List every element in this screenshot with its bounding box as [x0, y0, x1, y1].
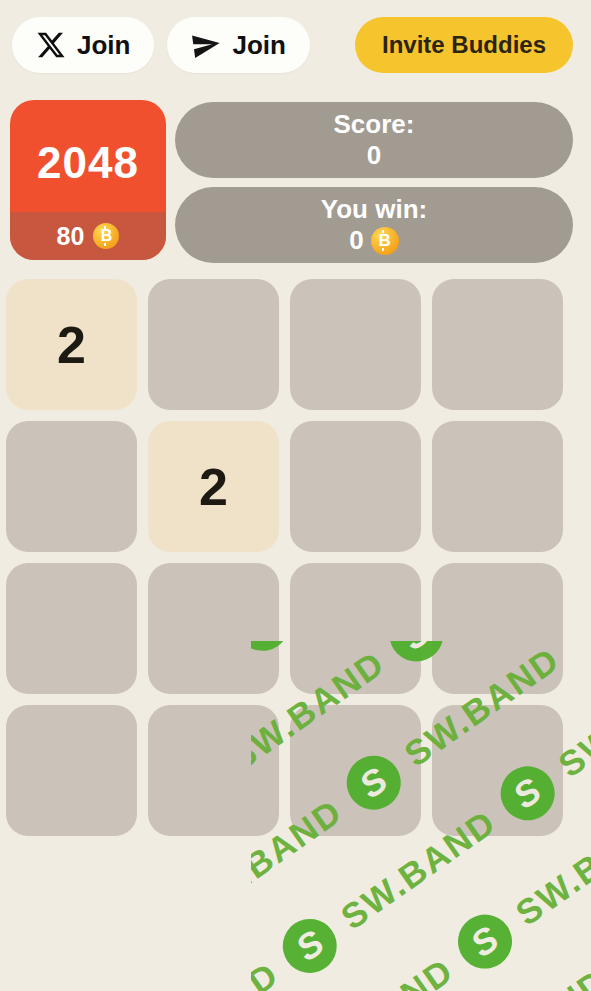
empty-cell	[290, 705, 421, 836]
logo-coin-value: 80	[57, 222, 85, 251]
join-telegram-label: Join	[232, 30, 285, 61]
watermark-text: SW.BAND	[251, 954, 286, 991]
tile-value: 2	[57, 315, 86, 375]
logo-title: 2048	[10, 100, 166, 212]
empty-cell	[432, 421, 563, 552]
invite-buddies-button[interactable]: Invite Buddies	[355, 17, 573, 73]
tile-value: 2	[199, 457, 228, 517]
empty-cell	[432, 279, 563, 410]
tile-2: 2	[6, 279, 137, 410]
sw-band-logo-icon: S	[272, 908, 347, 983]
empty-cell	[432, 705, 563, 836]
stats-section: Score: 0 You win: 0 B	[175, 102, 573, 263]
tile-2: 2	[148, 421, 279, 552]
you-win-value: 0	[349, 225, 363, 256]
bitcoin-coin-icon: B	[371, 227, 399, 255]
empty-cell	[432, 563, 563, 694]
board[interactable]: 22	[6, 279, 563, 836]
telegram-icon	[190, 28, 224, 62]
empty-cell	[6, 563, 137, 694]
logo-coin-strip: 80 B	[10, 212, 166, 260]
you-win-pill: You win: 0 B	[175, 187, 573, 263]
logo-2048-tile: 2048 80 B	[10, 100, 166, 260]
join-telegram-button[interactable]: Join	[167, 17, 309, 73]
empty-cell	[148, 563, 279, 694]
empty-cell	[290, 563, 421, 694]
x-twitter-icon	[36, 30, 66, 60]
bitcoin-coin-icon: B	[93, 223, 119, 249]
score-label: Score:	[334, 109, 415, 140]
score-value: 0	[367, 140, 381, 171]
empty-cell	[6, 421, 137, 552]
watermark-text: SW.BAND	[291, 950, 461, 991]
empty-cell	[290, 279, 421, 410]
empty-cell	[290, 421, 421, 552]
empty-cell	[6, 705, 137, 836]
score-pill: Score: 0	[175, 102, 573, 178]
join-x-button[interactable]: Join	[12, 17, 154, 73]
empty-cell	[148, 279, 279, 410]
empty-cell	[148, 705, 279, 836]
sw-band-logo-icon: S	[447, 904, 522, 979]
you-win-label: You win:	[321, 194, 427, 225]
you-win-value-row: 0 B	[349, 225, 398, 256]
join-x-label: Join	[77, 30, 130, 61]
watermark-text: SW.BAND	[445, 960, 591, 991]
top-bar: Join Join Invite Buddies	[12, 17, 573, 73]
